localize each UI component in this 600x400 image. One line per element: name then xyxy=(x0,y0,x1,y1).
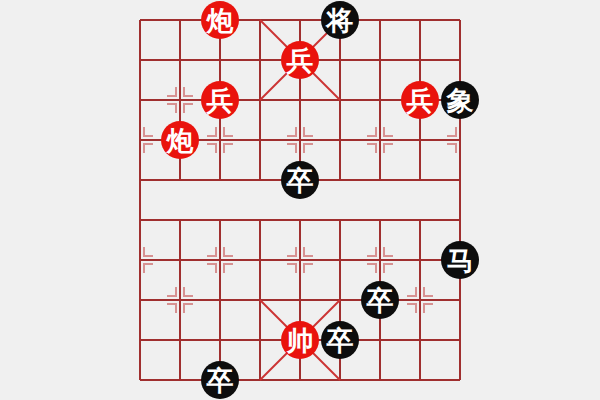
piece-black-horse[interactable]: 马 xyxy=(441,241,479,279)
piece-black-elephant[interactable]: 象 xyxy=(441,81,479,119)
piece-black-soldier[interactable]: 卒 xyxy=(201,361,239,399)
piece-red-soldier[interactable]: 兵 xyxy=(281,41,319,79)
piece-red-soldier[interactable]: 兵 xyxy=(201,81,239,119)
piece-red-soldier[interactable]: 兵 xyxy=(401,81,439,119)
piece-black-soldier[interactable]: 卒 xyxy=(361,281,399,319)
xiangqi-diagram: 炮将兵兵兵象炮卒马卒帅卒卒 xyxy=(0,0,600,400)
piece-black-soldier[interactable]: 卒 xyxy=(281,161,319,199)
piece-red-cannon[interactable]: 炮 xyxy=(201,1,239,39)
piece-red-general[interactable]: 帅 xyxy=(281,321,319,359)
piece-black-general[interactable]: 将 xyxy=(321,1,359,39)
piece-red-cannon[interactable]: 炮 xyxy=(161,121,199,159)
piece-black-soldier[interactable]: 卒 xyxy=(321,321,359,359)
xiangqi-piece-grid: 炮将兵兵兵象炮卒马卒帅卒卒 xyxy=(120,0,480,400)
